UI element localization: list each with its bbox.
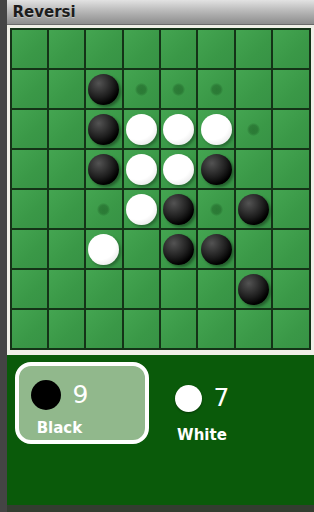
white-score-panel: 7 White: [175, 362, 230, 444]
board-cell-g1[interactable]: [236, 30, 271, 68]
board-cell-b3[interactable]: [49, 110, 84, 148]
black-disc: [163, 194, 194, 225]
board-cell-d7[interactable]: [124, 270, 159, 308]
black-disc: [201, 154, 232, 185]
board-cell-e6[interactable]: [161, 230, 196, 268]
board-cell-c7[interactable]: [86, 270, 121, 308]
board-cell-b2[interactable]: [49, 70, 84, 108]
white-score-disc-icon: [175, 385, 202, 412]
black-disc: [163, 234, 194, 265]
black-score-disc-icon: [31, 380, 61, 410]
board-cell-a3[interactable]: [12, 110, 47, 148]
legal-move-hint-dot[interactable]: [172, 83, 185, 96]
board-cell-c1[interactable]: [86, 30, 121, 68]
board-cell-d6[interactable]: [124, 230, 159, 268]
board-cell-d1[interactable]: [124, 30, 159, 68]
legal-move-hint-dot[interactable]: [210, 83, 223, 96]
app-screen: Reversi 9 Black 7 White: [7, 0, 314, 512]
legal-move-hint-dot[interactable]: [247, 123, 260, 136]
board-grid: [10, 28, 311, 350]
board-cell-h2[interactable]: [273, 70, 308, 108]
white-disc: [126, 114, 157, 145]
board-cell-b4[interactable]: [49, 150, 84, 188]
board-cell-h1[interactable]: [273, 30, 308, 68]
board-cell-f8[interactable]: [198, 310, 233, 348]
board-cell-d3[interactable]: [124, 110, 159, 148]
white-disc: [163, 114, 194, 145]
board-cell-e1[interactable]: [161, 30, 196, 68]
board-cell-d8[interactable]: [124, 310, 159, 348]
board-cell-g5[interactable]: [236, 190, 271, 228]
board-cell-c4[interactable]: [86, 150, 121, 188]
board-cell-b5[interactable]: [49, 190, 84, 228]
board-cell-h5[interactable]: [273, 190, 308, 228]
board-cell-c8[interactable]: [86, 310, 121, 348]
white-disc: [126, 194, 157, 225]
board-cell-g3[interactable]: [236, 110, 271, 148]
board-cell-h6[interactable]: [273, 230, 308, 268]
board-cell-a4[interactable]: [12, 150, 47, 188]
white-score-value: 7: [214, 383, 230, 413]
board-cell-c2[interactable]: [86, 70, 121, 108]
black-disc: [88, 74, 119, 105]
board-cell-g8[interactable]: [236, 310, 271, 348]
black-disc: [238, 274, 269, 305]
board-cell-f1[interactable]: [198, 30, 233, 68]
board-cell-e5[interactable]: [161, 190, 196, 228]
board-cell-b6[interactable]: [49, 230, 84, 268]
legal-move-hint-dot[interactable]: [135, 83, 148, 96]
white-disc: [88, 234, 119, 265]
board-cell-g2[interactable]: [236, 70, 271, 108]
board-cell-c6[interactable]: [86, 230, 121, 268]
legal-move-hint-dot[interactable]: [97, 203, 110, 216]
board-cell-c5[interactable]: [86, 190, 121, 228]
board-cell-c3[interactable]: [86, 110, 121, 148]
board-cell-e4[interactable]: [161, 150, 196, 188]
board-cell-b8[interactable]: [49, 310, 84, 348]
black-disc: [238, 194, 269, 225]
board-cell-a2[interactable]: [12, 70, 47, 108]
board-cell-e3[interactable]: [161, 110, 196, 148]
board-cell-e2[interactable]: [161, 70, 196, 108]
board-cell-h8[interactable]: [273, 310, 308, 348]
board-cell-f7[interactable]: [198, 270, 233, 308]
white-disc: [201, 114, 232, 145]
board-cell-f2[interactable]: [198, 70, 233, 108]
black-disc: [88, 154, 119, 185]
board-cell-f3[interactable]: [198, 110, 233, 148]
white-disc: [126, 154, 157, 185]
board-cell-g7[interactable]: [236, 270, 271, 308]
board-cell-d5[interactable]: [124, 190, 159, 228]
black-disc: [88, 114, 119, 145]
board-cell-f5[interactable]: [198, 190, 233, 228]
board-cell-a1[interactable]: [12, 30, 47, 68]
board-cell-b1[interactable]: [49, 30, 84, 68]
board-cell-f4[interactable]: [198, 150, 233, 188]
bottom-nav-strip: [7, 505, 314, 512]
board-cell-e8[interactable]: [161, 310, 196, 348]
score-area: 9 Black 7 White: [7, 355, 314, 444]
white-player-label: White: [177, 426, 227, 444]
board-cell-a8[interactable]: [12, 310, 47, 348]
black-player-label: Black: [37, 419, 83, 437]
board-cell-d2[interactable]: [124, 70, 159, 108]
board-cell-f6[interactable]: [198, 230, 233, 268]
legal-move-hint-dot[interactable]: [210, 203, 223, 216]
board-cell-h4[interactable]: [273, 150, 308, 188]
black-score-panel-active: 9 Black: [15, 362, 149, 444]
black-score-value: 9: [73, 380, 89, 410]
board-cell-h3[interactable]: [273, 110, 308, 148]
board-cell-d4[interactable]: [124, 150, 159, 188]
board-cell-g4[interactable]: [236, 150, 271, 188]
board-cell-a5[interactable]: [12, 190, 47, 228]
board-cell-h7[interactable]: [273, 270, 308, 308]
board-cell-g6[interactable]: [236, 230, 271, 268]
board-frame: [7, 25, 314, 355]
board-cell-a6[interactable]: [12, 230, 47, 268]
title-bar: Reversi: [7, 0, 314, 25]
black-disc: [201, 234, 232, 265]
board-cell-e7[interactable]: [161, 270, 196, 308]
board-cell-b7[interactable]: [49, 270, 84, 308]
white-disc: [163, 154, 194, 185]
board-cell-a7[interactable]: [12, 270, 47, 308]
app-title: Reversi: [13, 3, 76, 21]
